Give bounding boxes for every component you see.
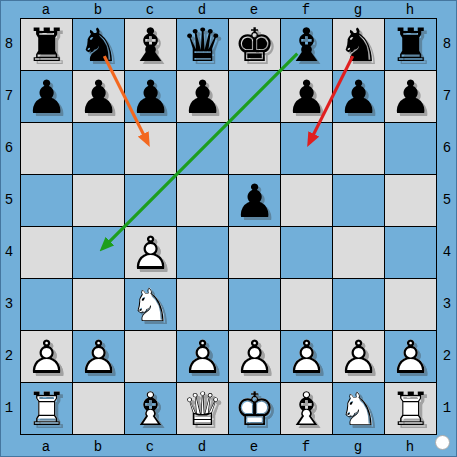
square-d3[interactable]	[177, 279, 228, 330]
black-knight[interactable]: ♞	[333, 19, 384, 70]
black-pawn-glyph: ♟	[73, 71, 124, 122]
white-bishop[interactable]: ♝♗	[281, 383, 332, 434]
rank-label-right-5: 5	[438, 174, 456, 226]
square-f6[interactable]	[281, 123, 332, 174]
white-pawn[interactable]: ♟♙	[125, 227, 176, 278]
black-pawn-glyph: ♟	[229, 175, 280, 226]
rank-label-right-2: 2	[438, 330, 456, 382]
square-a8[interactable]: ♜	[21, 19, 72, 70]
black-bishop-glyph: ♝	[281, 19, 332, 70]
white-pawn[interactable]: ♟♙	[177, 331, 228, 382]
file-label-bottom-g: g	[332, 438, 384, 455]
square-e3[interactable]	[229, 279, 280, 330]
move-indicator	[435, 435, 450, 450]
square-f2[interactable]: ♟♙	[281, 331, 332, 382]
rank-label-left-8: 8	[0, 18, 18, 70]
black-knight-glyph: ♞	[333, 19, 384, 70]
square-b1[interactable]	[73, 383, 124, 434]
white-pawn[interactable]: ♟♙	[333, 331, 384, 382]
file-label-top-g: g	[332, 1, 384, 18]
square-f4[interactable]	[281, 227, 332, 278]
square-b7[interactable]: ♟	[73, 71, 124, 122]
black-rook[interactable]: ♜	[385, 19, 436, 70]
square-b5[interactable]	[73, 175, 124, 226]
square-g6[interactable]	[333, 123, 384, 174]
square-f8[interactable]: ♝	[281, 19, 332, 70]
square-c8[interactable]: ♝	[125, 19, 176, 70]
file-label-top-b: b	[72, 1, 124, 18]
square-a7[interactable]: ♟	[21, 71, 72, 122]
square-h8[interactable]: ♜	[385, 19, 436, 70]
black-pawn-glyph: ♟	[333, 71, 384, 122]
square-b8[interactable]: ♞	[73, 19, 124, 70]
square-h1[interactable]: ♜♖	[385, 383, 436, 434]
square-b4[interactable]	[73, 227, 124, 278]
white-king-outline: ♔	[229, 383, 280, 434]
rank-label-right-3: 3	[438, 278, 456, 330]
square-e6[interactable]	[229, 123, 280, 174]
black-pawn[interactable]: ♟	[177, 71, 228, 122]
file-label-top-f: f	[280, 1, 332, 18]
file-label-top-e: e	[228, 1, 280, 18]
file-label-bottom-h: h	[384, 438, 436, 455]
square-e8[interactable]: ♚	[229, 19, 280, 70]
square-c7[interactable]: ♟	[125, 71, 176, 122]
rank-label-right-8: 8	[438, 18, 456, 70]
black-knight[interactable]: ♞	[73, 19, 124, 70]
square-g4[interactable]	[333, 227, 384, 278]
white-pawn[interactable]: ♟♙	[21, 331, 72, 382]
square-b2[interactable]: ♟♙	[73, 331, 124, 382]
square-d1[interactable]: ♛♕	[177, 383, 228, 434]
square-e5[interactable]: ♟	[229, 175, 280, 226]
square-c3[interactable]: ♞♘	[125, 279, 176, 330]
black-pawn-glyph: ♟	[385, 71, 436, 122]
square-c2[interactable]	[125, 331, 176, 382]
file-label-bottom-d: d	[176, 438, 228, 455]
square-a2[interactable]: ♟♙	[21, 331, 72, 382]
black-pawn[interactable]: ♟	[21, 71, 72, 122]
black-pawn-glyph: ♟	[125, 71, 176, 122]
black-pawn[interactable]: ♟	[333, 71, 384, 122]
rank-label-right-7: 7	[438, 70, 456, 122]
white-bishop-outline: ♗	[281, 383, 332, 434]
rank-label-left-1: 1	[0, 382, 18, 434]
square-g8[interactable]: ♞	[333, 19, 384, 70]
white-knight-outline: ♘	[125, 279, 176, 330]
white-rook[interactable]: ♜♖	[21, 383, 72, 434]
square-h6[interactable]	[385, 123, 436, 174]
black-king-glyph: ♚	[229, 19, 280, 70]
white-knight[interactable]: ♞♘	[333, 383, 384, 434]
chess-app-window: ♜♞♝♛♚♝♞♜♟♟♟♟♟♟♟♟♟♙♞♘♟♙♟♙♟♙♟♙♟♙♟♙♟♙♜♖♝♗♛♕…	[0, 0, 457, 457]
square-h5[interactable]	[385, 175, 436, 226]
file-label-bottom-a: a	[20, 438, 72, 455]
white-pawn-outline: ♙	[177, 331, 228, 382]
black-bishop[interactable]: ♝	[281, 19, 332, 70]
white-rook-outline: ♖	[21, 383, 72, 434]
rank-label-left-7: 7	[0, 70, 18, 122]
white-pawn-outline: ♙	[281, 331, 332, 382]
black-rook-glyph: ♜	[385, 19, 436, 70]
square-h3[interactable]	[385, 279, 436, 330]
white-pawn-outline: ♙	[73, 331, 124, 382]
rank-label-left-2: 2	[0, 330, 18, 382]
square-f5[interactable]	[281, 175, 332, 226]
square-e7[interactable]	[229, 71, 280, 122]
white-pawn-outline: ♙	[125, 227, 176, 278]
rank-label-right-4: 4	[438, 226, 456, 278]
black-queen-glyph: ♛	[177, 19, 228, 70]
square-d2[interactable]: ♟♙	[177, 331, 228, 382]
file-label-top-c: c	[124, 1, 176, 18]
rank-label-left-5: 5	[0, 174, 18, 226]
square-c6[interactable]	[125, 123, 176, 174]
file-label-bottom-c: c	[124, 438, 176, 455]
white-pawn-outline: ♙	[21, 331, 72, 382]
rank-label-right-1: 1	[438, 382, 456, 434]
square-a6[interactable]	[21, 123, 72, 174]
black-rook[interactable]: ♜	[21, 19, 72, 70]
file-label-bottom-e: e	[228, 438, 280, 455]
square-g7[interactable]: ♟	[333, 71, 384, 122]
rank-label-right-6: 6	[438, 122, 456, 174]
square-e4[interactable]	[229, 227, 280, 278]
black-pawn[interactable]: ♟	[281, 71, 332, 122]
square-g2[interactable]: ♟♙	[333, 331, 384, 382]
white-rook[interactable]: ♜♖	[385, 383, 436, 434]
square-a3[interactable]	[21, 279, 72, 330]
square-c1[interactable]: ♝♗	[125, 383, 176, 434]
file-label-top-d: d	[176, 1, 228, 18]
square-e1[interactable]: ♚♔	[229, 383, 280, 434]
white-pawn[interactable]: ♟♙	[73, 331, 124, 382]
square-c5[interactable]	[125, 175, 176, 226]
rank-label-left-6: 6	[0, 122, 18, 174]
white-rook-outline: ♖	[385, 383, 436, 434]
white-pawn-outline: ♙	[229, 331, 280, 382]
chess-board: ♜♞♝♛♚♝♞♜♟♟♟♟♟♟♟♟♟♙♞♘♟♙♟♙♟♙♟♙♟♙♟♙♟♙♜♖♝♗♛♕…	[20, 18, 437, 435]
rank-label-left-3: 3	[0, 278, 18, 330]
square-e2[interactable]: ♟♙	[229, 331, 280, 382]
white-knight-outline: ♘	[333, 383, 384, 434]
white-pawn-outline: ♙	[385, 331, 436, 382]
square-f7[interactable]: ♟	[281, 71, 332, 122]
file-label-top-a: a	[20, 1, 72, 18]
square-a4[interactable]	[21, 227, 72, 278]
black-knight-glyph: ♞	[73, 19, 124, 70]
black-rook-glyph: ♜	[21, 19, 72, 70]
square-a1[interactable]: ♜♖	[21, 383, 72, 434]
black-pawn[interactable]: ♟	[229, 175, 280, 226]
black-pawn[interactable]: ♟	[125, 71, 176, 122]
square-b3[interactable]	[73, 279, 124, 330]
black-pawn-glyph: ♟	[177, 71, 228, 122]
square-g1[interactable]: ♞♘	[333, 383, 384, 434]
square-b6[interactable]	[73, 123, 124, 174]
square-c4[interactable]: ♟♙	[125, 227, 176, 278]
square-d8[interactable]: ♛	[177, 19, 228, 70]
square-d4[interactable]	[177, 227, 228, 278]
white-pawn[interactable]: ♟♙	[385, 331, 436, 382]
square-d7[interactable]: ♟	[177, 71, 228, 122]
black-pawn[interactable]: ♟	[73, 71, 124, 122]
white-pawn[interactable]: ♟♙	[281, 331, 332, 382]
square-g5[interactable]	[333, 175, 384, 226]
white-knight[interactable]: ♞♘	[125, 279, 176, 330]
black-pawn-glyph: ♟	[21, 71, 72, 122]
black-king[interactable]: ♚	[229, 19, 280, 70]
file-label-bottom-f: f	[280, 438, 332, 455]
square-d6[interactable]	[177, 123, 228, 174]
black-bishop-glyph: ♝	[125, 19, 176, 70]
black-pawn-glyph: ♟	[281, 71, 332, 122]
square-h7[interactable]: ♟	[385, 71, 436, 122]
black-queen[interactable]: ♛	[177, 19, 228, 70]
file-label-top-h: h	[384, 1, 436, 18]
white-queen[interactable]: ♛♕	[177, 383, 228, 434]
square-g3[interactable]	[333, 279, 384, 330]
square-a5[interactable]	[21, 175, 72, 226]
square-f3[interactable]	[281, 279, 332, 330]
rank-label-left-4: 4	[0, 226, 18, 278]
white-pawn-outline: ♙	[333, 331, 384, 382]
white-bishop-outline: ♗	[125, 383, 176, 434]
white-pawn[interactable]: ♟♙	[229, 331, 280, 382]
square-f1[interactable]: ♝♗	[281, 383, 332, 434]
black-bishop[interactable]: ♝	[125, 19, 176, 70]
square-h2[interactable]: ♟♙	[385, 331, 436, 382]
white-king[interactable]: ♚♔	[229, 383, 280, 434]
file-label-bottom-b: b	[72, 438, 124, 455]
square-d5[interactable]	[177, 175, 228, 226]
square-h4[interactable]	[385, 227, 436, 278]
white-queen-outline: ♕	[177, 383, 228, 434]
black-pawn[interactable]: ♟	[385, 71, 436, 122]
white-bishop[interactable]: ♝♗	[125, 383, 176, 434]
